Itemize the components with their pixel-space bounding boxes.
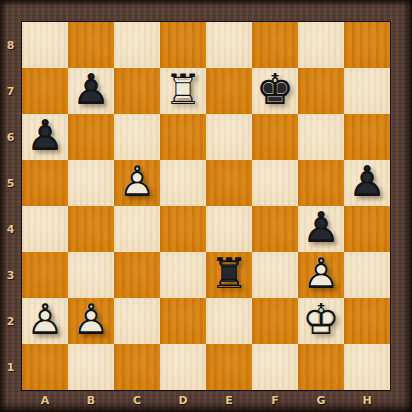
piece-fill-glyph: ♟: [68, 67, 114, 113]
square-h5[interactable]: ♟♙: [344, 160, 390, 206]
file-label-d: D: [160, 391, 206, 410]
square-c1[interactable]: [114, 344, 160, 390]
square-h1[interactable]: [344, 344, 390, 390]
piece-outline-glyph: ♔: [252, 67, 298, 113]
square-f5[interactable]: [252, 160, 298, 206]
file-label-e: E: [206, 391, 252, 410]
square-a3[interactable]: [22, 252, 68, 298]
piece-fill-glyph: ♚: [252, 67, 298, 113]
piece-outline-glyph: ♙: [114, 159, 160, 205]
square-h3[interactable]: [344, 252, 390, 298]
piece-outline-glyph: ♙: [22, 297, 68, 343]
square-a6[interactable]: ♟♙: [22, 114, 68, 160]
piece-fill-glyph: ♟: [298, 205, 344, 251]
square-c5[interactable]: ♟♙: [114, 160, 160, 206]
piece-black-rook-e3[interactable]: ♜♖: [206, 252, 252, 298]
piece-fill-glyph: ♟: [344, 159, 390, 205]
piece-outline-glyph: ♖: [160, 67, 206, 113]
square-d7[interactable]: ♜♖: [160, 68, 206, 114]
square-e4[interactable]: [206, 206, 252, 252]
rank-label-3: 3: [0, 252, 21, 298]
square-g3[interactable]: ♟♙: [298, 252, 344, 298]
piece-black-king-f7[interactable]: ♚♔: [252, 68, 298, 114]
square-e2[interactable]: [206, 298, 252, 344]
square-b6[interactable]: [68, 114, 114, 160]
square-g5[interactable]: [298, 160, 344, 206]
piece-black-pawn-b7[interactable]: ♟♙: [68, 68, 114, 114]
square-a8[interactable]: [22, 22, 68, 68]
square-g6[interactable]: [298, 114, 344, 160]
piece-outline-glyph: ♙: [68, 297, 114, 343]
square-h6[interactable]: [344, 114, 390, 160]
square-c2[interactable]: [114, 298, 160, 344]
square-b8[interactable]: [68, 22, 114, 68]
piece-outline-glyph: ♙: [344, 159, 390, 205]
piece-black-pawn-h5[interactable]: ♟♙: [344, 160, 390, 206]
square-f2[interactable]: [252, 298, 298, 344]
square-c3[interactable]: [114, 252, 160, 298]
square-g2[interactable]: ♚♔: [298, 298, 344, 344]
square-g1[interactable]: [298, 344, 344, 390]
square-e8[interactable]: [206, 22, 252, 68]
piece-fill-glyph: ♚: [298, 297, 344, 343]
rank-label-1: 1: [0, 344, 21, 390]
piece-white-pawn-g3[interactable]: ♟♙: [298, 252, 344, 298]
square-g8[interactable]: [298, 22, 344, 68]
rank-labels: 87654321: [0, 22, 21, 390]
piece-black-pawn-g4[interactable]: ♟♙: [298, 206, 344, 252]
piece-fill-glyph: ♜: [160, 67, 206, 113]
piece-fill-glyph: ♟: [22, 297, 68, 343]
file-label-g: G: [298, 391, 344, 410]
rank-label-6: 6: [0, 114, 21, 160]
file-label-a: A: [22, 391, 68, 410]
square-f6[interactable]: [252, 114, 298, 160]
square-b4[interactable]: [68, 206, 114, 252]
piece-fill-glyph: ♟: [114, 159, 160, 205]
square-h8[interactable]: [344, 22, 390, 68]
square-a7[interactable]: [22, 68, 68, 114]
square-g4[interactable]: ♟♙: [298, 206, 344, 252]
square-b5[interactable]: [68, 160, 114, 206]
piece-white-rook-d7[interactable]: ♜♖: [160, 68, 206, 114]
square-d1[interactable]: [160, 344, 206, 390]
square-a2[interactable]: ♟♙: [22, 298, 68, 344]
square-c8[interactable]: [114, 22, 160, 68]
file-labels: ABCDEFGH: [22, 391, 390, 410]
square-b7[interactable]: ♟♙: [68, 68, 114, 114]
file-label-c: C: [114, 391, 160, 410]
chess-board[interactable]: ♟♙♜♖♚♔♟♙♟♙♟♙♟♙♜♖♟♙♟♙♟♙♚♔: [21, 21, 391, 391]
square-d4[interactable]: [160, 206, 206, 252]
square-f1[interactable]: [252, 344, 298, 390]
square-g7[interactable]: [298, 68, 344, 114]
piece-outline-glyph: ♔: [298, 297, 344, 343]
square-c4[interactable]: [114, 206, 160, 252]
piece-fill-glyph: ♟: [68, 297, 114, 343]
square-e3[interactable]: ♜♖: [206, 252, 252, 298]
square-d2[interactable]: [160, 298, 206, 344]
file-label-f: F: [252, 391, 298, 410]
square-h7[interactable]: [344, 68, 390, 114]
piece-fill-glyph: ♟: [22, 113, 68, 159]
square-b3[interactable]: [68, 252, 114, 298]
file-label-h: H: [344, 391, 390, 410]
square-d5[interactable]: [160, 160, 206, 206]
rank-label-5: 5: [0, 160, 21, 206]
piece-outline-glyph: ♙: [298, 205, 344, 251]
square-f7[interactable]: ♚♔: [252, 68, 298, 114]
rank-label-7: 7: [0, 68, 21, 114]
piece-outline-glyph: ♙: [298, 251, 344, 297]
piece-white-king-g2[interactable]: ♚♔: [298, 298, 344, 344]
square-f8[interactable]: [252, 22, 298, 68]
piece-outline-glyph: ♙: [68, 67, 114, 113]
board-frame: 87654321 ABCDEFGH ♟♙♜♖♚♔♟♙♟♙♟♙♟♙♜♖♟♙♟♙♟♙…: [0, 0, 412, 412]
square-b2[interactable]: ♟♙: [68, 298, 114, 344]
piece-outline-glyph: ♖: [206, 251, 252, 297]
square-a5[interactable]: [22, 160, 68, 206]
square-c7[interactable]: [114, 68, 160, 114]
square-f4[interactable]: [252, 206, 298, 252]
square-h4[interactable]: [344, 206, 390, 252]
square-c6[interactable]: [114, 114, 160, 160]
square-a4[interactable]: [22, 206, 68, 252]
square-e5[interactable]: [206, 160, 252, 206]
square-a1[interactable]: [22, 344, 68, 390]
square-d3[interactable]: [160, 252, 206, 298]
rank-label-8: 8: [0, 22, 21, 68]
piece-black-pawn-a6[interactable]: ♟♙: [22, 114, 68, 160]
rank-label-2: 2: [0, 298, 21, 344]
piece-outline-glyph: ♙: [22, 113, 68, 159]
piece-fill-glyph: ♜: [206, 251, 252, 297]
square-f3[interactable]: [252, 252, 298, 298]
square-h2[interactable]: [344, 298, 390, 344]
rank-label-4: 4: [0, 206, 21, 252]
piece-white-pawn-b2[interactable]: ♟♙: [68, 298, 114, 344]
square-d6[interactable]: [160, 114, 206, 160]
piece-fill-glyph: ♟: [298, 251, 344, 297]
square-b1[interactable]: [68, 344, 114, 390]
file-label-b: B: [68, 391, 114, 410]
square-e6[interactable]: [206, 114, 252, 160]
square-e7[interactable]: [206, 68, 252, 114]
piece-white-pawn-c5[interactable]: ♟♙: [114, 160, 160, 206]
piece-white-pawn-a2[interactable]: ♟♙: [22, 298, 68, 344]
square-e1[interactable]: [206, 344, 252, 390]
square-d8[interactable]: [160, 22, 206, 68]
